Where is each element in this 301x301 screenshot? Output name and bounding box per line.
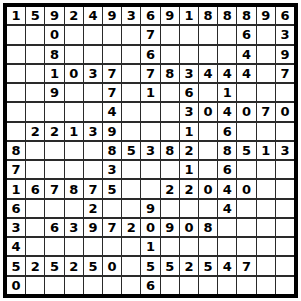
grid-cell[interactable]: 1 [257,142,275,159]
grid-cell[interactable] [199,238,217,255]
grid-cell[interactable]: 3 [276,26,294,43]
grid-cell[interactable]: 9 [45,84,63,101]
grid-cell[interactable] [257,26,275,43]
grid-cell[interactable]: 6 [45,219,63,236]
grid-cell[interactable] [237,219,255,236]
grid-cell[interactable] [257,200,275,217]
grid-cell[interactable]: 2 [180,257,198,274]
grid-cell[interactable]: 0 [180,219,198,236]
grid-cell[interactable] [84,277,102,294]
grid-cell[interactable]: 1 [218,84,236,101]
grid-cell[interactable] [45,238,63,255]
grid-cell[interactable]: 6 [141,7,159,24]
grid-cell[interactable] [161,103,179,120]
grid-cell[interactable] [84,46,102,63]
grid-cell[interactable] [122,277,140,294]
grid-cell[interactable]: 8 [218,142,236,159]
grid-cell[interactable] [161,277,179,294]
grid-cell[interactable] [141,161,159,178]
grid-cell[interactable]: 2 [65,257,83,274]
grid-cell[interactable] [122,46,140,63]
grid-cell[interactable] [180,26,198,43]
grid-cell[interactable] [84,26,102,43]
grid-cell[interactable] [7,123,25,140]
grid-cell[interactable]: 0 [7,277,25,294]
grid-cell[interactable]: 5 [161,257,179,274]
grid-cell[interactable] [218,26,236,43]
grid-cell[interactable]: 2 [180,142,198,159]
grid-cell[interactable] [237,161,255,178]
grid-cell[interactable] [257,161,275,178]
grid-cell[interactable]: 7 [276,65,294,82]
grid-cell[interactable]: 7 [103,84,121,101]
grid-cell[interactable] [257,84,275,101]
grid-cell[interactable]: 1 [141,238,159,255]
grid-cell[interactable]: 9 [103,7,121,24]
grid-cell[interactable] [26,238,44,255]
grid-cell[interactable] [237,200,255,217]
grid-cell[interactable] [161,200,179,217]
grid-cell[interactable] [199,142,217,159]
grid-cell[interactable] [122,84,140,101]
grid-cell[interactable] [7,65,25,82]
grid-cell[interactable]: 1 [180,123,198,140]
grid-cell[interactable]: 9 [103,123,121,140]
grid-cell[interactable]: 0 [237,103,255,120]
grid-cell[interactable] [237,277,255,294]
grid-cell[interactable] [218,46,236,63]
grid-cell[interactable]: 6 [276,7,294,24]
grid-cell[interactable] [26,26,44,43]
grid-cell[interactable] [161,46,179,63]
puzzle-page: 1592493691888960763864910377834447971614… [0,0,301,301]
grid-cell[interactable]: 7 [84,180,102,197]
grid-cell[interactable]: 7 [257,103,275,120]
grid-cell[interactable]: 8 [45,46,63,63]
grid-cell[interactable] [45,277,63,294]
grid-cell[interactable] [276,200,294,217]
grid-cell[interactable] [161,238,179,255]
grid-cell[interactable]: 5 [141,257,159,274]
grid-cell[interactable]: 9 [276,46,294,63]
grid-cell[interactable] [84,161,102,178]
grid-cell[interactable] [161,123,179,140]
grid-cell[interactable] [45,161,63,178]
grid-cell[interactable]: 4 [218,180,236,197]
grid-cell[interactable] [84,84,102,101]
grid-cell[interactable] [257,257,275,274]
grid-cell[interactable] [84,142,102,159]
grid-cell[interactable] [65,26,83,43]
grid-cell[interactable]: 2 [180,180,198,197]
grid-cell[interactable] [65,84,83,101]
grid-cell[interactable]: 8 [237,7,255,24]
grid-cell[interactable]: 2 [45,123,63,140]
grid-cell[interactable]: 8 [161,142,179,159]
grid-cell[interactable] [199,200,217,217]
grid-cell[interactable] [141,103,159,120]
grid-cell[interactable] [161,84,179,101]
grid-cell[interactable] [199,161,217,178]
grid-cell[interactable] [65,46,83,63]
grid-cell[interactable]: 0 [45,26,63,43]
grid-cell[interactable] [122,257,140,274]
grid-cell[interactable] [26,219,44,236]
grid-cell[interactable] [65,142,83,159]
grid-cell[interactable] [7,84,25,101]
grid-cell[interactable]: 5 [199,257,217,274]
grid-cell[interactable] [26,161,44,178]
grid-cell[interactable] [122,180,140,197]
grid-cell[interactable]: 9 [141,200,159,217]
grid-cell[interactable] [45,200,63,217]
grid-cell[interactable]: 3 [84,65,102,82]
grid-cell[interactable]: 6 [180,84,198,101]
grid-cell[interactable]: 6 [237,26,255,43]
grid-cell[interactable]: 9 [161,219,179,236]
grid-cell[interactable]: 4 [218,257,236,274]
grid-cell[interactable]: 4 [218,65,236,82]
grid-cell[interactable] [276,123,294,140]
grid-cell[interactable] [218,277,236,294]
grid-cell[interactable] [141,123,159,140]
grid-cell[interactable]: 7 [45,180,63,197]
grid-cell[interactable] [103,277,121,294]
grid-cell[interactable]: 4 [237,46,255,63]
grid-cell[interactable] [26,103,44,120]
grid-cell[interactable] [7,103,25,120]
grid-cell[interactable] [122,238,140,255]
grid-cell[interactable]: 3 [276,142,294,159]
grid-cell[interactable] [199,277,217,294]
grid-cell[interactable]: 6 [141,277,159,294]
grid-cell[interactable] [180,238,198,255]
grid-cell[interactable]: 3 [84,123,102,140]
grid-cell[interactable] [276,277,294,294]
grid-cell[interactable] [237,84,255,101]
grid-cell[interactable]: 1 [7,180,25,197]
grid-cell[interactable] [84,103,102,120]
grid-cell[interactable] [276,219,294,236]
grid-cell[interactable]: 4 [7,238,25,255]
grid-cell[interactable]: 3 [7,219,25,236]
grid-cell[interactable]: 0 [141,219,159,236]
grid-cell[interactable]: 8 [199,219,217,236]
grid-cell[interactable]: 6 [26,180,44,197]
grid-cell[interactable]: 5 [84,257,102,274]
grid-cell[interactable]: 7 [141,26,159,43]
grid-cell[interactable] [7,26,25,43]
grid-cell[interactable] [7,46,25,63]
grid-cell[interactable]: 3 [65,219,83,236]
grid-cell[interactable] [257,46,275,63]
grid-cell[interactable] [257,219,275,236]
grid-cell[interactable] [65,277,83,294]
grid-cell[interactable]: 1 [65,123,83,140]
grid-cell[interactable]: 4 [103,103,121,120]
grid-cell[interactable] [276,238,294,255]
grid-cell[interactable] [257,180,275,197]
grid-cell[interactable] [45,142,63,159]
grid-cell[interactable] [276,180,294,197]
grid-cell[interactable] [45,103,63,120]
grid-cell[interactable]: 2 [122,219,140,236]
grid-cell[interactable]: 3 [122,7,140,24]
grid-cell[interactable] [276,257,294,274]
grid-cell[interactable] [84,238,102,255]
grid-cell[interactable] [257,65,275,82]
grid-cell[interactable]: 5 [103,180,121,197]
grid-cell[interactable]: 2 [84,200,102,217]
grid-cell[interactable] [122,26,140,43]
grid-cell[interactable]: 8 [199,7,217,24]
grid-cell[interactable]: 4 [218,103,236,120]
grid-cell[interactable]: 0 [199,180,217,197]
grid-cell[interactable]: 9 [45,7,63,24]
grid-cell[interactable]: 2 [65,7,83,24]
grid-cell[interactable]: 4 [84,7,102,24]
grid-cell[interactable]: 7 [141,65,159,82]
grid-cell[interactable] [257,238,275,255]
grid-cell[interactable]: 8 [65,180,83,197]
grid-cell[interactable]: 2 [161,180,179,197]
grid-cell[interactable]: 3 [103,161,121,178]
grid-cell[interactable]: 0 [276,103,294,120]
grid-cell[interactable] [65,161,83,178]
grid-cell[interactable] [26,84,44,101]
grid-cell[interactable] [199,46,217,63]
grid-cell[interactable]: 1 [141,84,159,101]
grid-cell[interactable]: 4 [237,65,255,82]
grid-cell[interactable]: 2 [26,123,44,140]
grid-cell[interactable]: 7 [7,161,25,178]
grid-cell[interactable] [180,277,198,294]
grid-cell[interactable]: 2 [26,257,44,274]
grid-cell[interactable]: 3 [141,142,159,159]
grid-cell[interactable]: 0 [199,103,217,120]
grid-cell[interactable] [65,103,83,120]
grid-cell[interactable]: 6 [7,200,25,217]
grid-cell[interactable]: 3 [180,65,198,82]
grid-cell[interactable]: 6 [141,46,159,63]
grid-cell[interactable]: 9 [84,219,102,236]
grid-cell[interactable]: 5 [122,142,140,159]
grid-cell[interactable]: 7 [103,219,121,236]
grid-cell[interactable]: 7 [103,65,121,82]
grid-cell[interactable] [276,84,294,101]
grid-cell[interactable] [122,123,140,140]
grid-cell[interactable] [26,46,44,63]
grid-cell[interactable]: 4 [218,200,236,217]
grid-cell[interactable] [276,161,294,178]
puzzle-board: 1592493691888960763864910377834447971614… [3,3,298,298]
grid-cell[interactable]: 6 [218,161,236,178]
grid-cell[interactable] [161,26,179,43]
grid-cell[interactable] [122,65,140,82]
grid-cell[interactable] [122,103,140,120]
grid-cell[interactable] [26,142,44,159]
grid-cell[interactable]: 8 [161,65,179,82]
grid-cell[interactable]: 1 [7,7,25,24]
grid-cell[interactable]: 5 [45,257,63,274]
grid-cell[interactable] [237,123,255,140]
grid-cell[interactable]: 0 [103,257,121,274]
grid-cell[interactable] [26,200,44,217]
grid-cell[interactable] [103,26,121,43]
grid-cell[interactable] [237,238,255,255]
grid-cell[interactable] [65,200,83,217]
grid-cell[interactable] [180,200,198,217]
grid-cell[interactable] [122,200,140,217]
grid-cell[interactable] [122,161,140,178]
grid-cell[interactable]: 1 [45,65,63,82]
grid-cell[interactable] [180,46,198,63]
grid-cell[interactable]: 1 [180,161,198,178]
grid-cell[interactable]: 9 [257,7,275,24]
grid-cell[interactable]: 0 [65,65,83,82]
grid-cell[interactable]: 5 [237,142,255,159]
grid-cell[interactable]: 8 [103,142,121,159]
grid-cell[interactable]: 6 [218,123,236,140]
grid-cell[interactable]: 1 [180,7,198,24]
grid-cell[interactable] [257,123,275,140]
grid-cell[interactable]: 5 [26,7,44,24]
grid-cell[interactable]: 8 [218,7,236,24]
grid-cell[interactable]: 8 [7,142,25,159]
grid-cell[interactable] [65,238,83,255]
grid-cell[interactable] [257,277,275,294]
grid-cell[interactable] [103,238,121,255]
grid-cell[interactable] [218,219,236,236]
grid-cell[interactable] [161,161,179,178]
grid-cell[interactable]: 0 [237,180,255,197]
grid-cell[interactable] [199,26,217,43]
grid-cell[interactable] [26,65,44,82]
grid-cell[interactable] [199,84,217,101]
grid-cell[interactable] [103,46,121,63]
grid-cell[interactable]: 5 [7,257,25,274]
grid-cell[interactable] [218,238,236,255]
grid-cell[interactable] [141,180,159,197]
grid-cell[interactable]: 4 [199,65,217,82]
grid-cell[interactable]: 3 [180,103,198,120]
grid-cell[interactable] [103,200,121,217]
grid-cell[interactable]: 7 [237,257,255,274]
grid-cell[interactable] [199,123,217,140]
grid-cell[interactable] [26,277,44,294]
grid-cell[interactable]: 9 [161,7,179,24]
